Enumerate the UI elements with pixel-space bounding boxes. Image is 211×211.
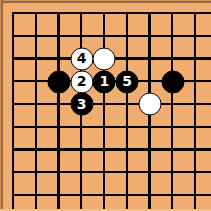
- intersection-r3-c5[interactable]: 5: [116, 70, 139, 93]
- intersection-r1-c8[interactable]: [184, 25, 207, 48]
- intersection-r0-c4[interactable]: [93, 2, 116, 25]
- board-grid: 42153: [2, 2, 207, 207]
- intersection-r0-c0[interactable]: [2, 2, 25, 25]
- intersection-r0-c1[interactable]: [25, 2, 48, 25]
- intersection-r4-c5[interactable]: [116, 93, 139, 116]
- intersection-r5-c3[interactable]: [70, 116, 93, 139]
- intersection-r7-c0[interactable]: [2, 161, 25, 184]
- intersection-r8-c4[interactable]: [93, 184, 116, 207]
- intersection-r4-c2[interactable]: [47, 93, 70, 116]
- move-number-label: 3: [77, 97, 87, 111]
- intersection-r7-c1[interactable]: [25, 161, 48, 184]
- intersection-r0-c5[interactable]: [116, 2, 139, 25]
- black-stone: 5: [116, 70, 139, 93]
- intersection-r8-c2[interactable]: [47, 184, 70, 207]
- white-stone: [138, 93, 161, 116]
- intersection-r3-c2[interactable]: [47, 70, 70, 93]
- white-stone: 2: [70, 70, 93, 93]
- intersection-r0-c3[interactable]: [70, 2, 93, 25]
- intersection-r4-c1[interactable]: [25, 93, 48, 116]
- intersection-r6-c0[interactable]: [2, 138, 25, 161]
- intersection-r2-c3[interactable]: 4: [70, 47, 93, 70]
- intersection-r1-c7[interactable]: [161, 25, 184, 48]
- move-number-label: 4: [77, 51, 87, 65]
- intersection-r2-c8[interactable]: [184, 47, 207, 70]
- intersection-r8-c8[interactable]: [184, 184, 207, 207]
- go-board: 42153: [0, 0, 211, 211]
- intersection-r5-c0[interactable]: [2, 116, 25, 139]
- intersection-r2-c2[interactable]: [47, 47, 70, 70]
- intersection-r3-c8[interactable]: [184, 70, 207, 93]
- intersection-r6-c7[interactable]: [161, 138, 184, 161]
- black-stone: 1: [93, 70, 116, 93]
- intersection-r8-c6[interactable]: [138, 184, 161, 207]
- intersection-r3-c6[interactable]: [138, 70, 161, 93]
- intersection-r4-c6[interactable]: [138, 93, 161, 116]
- intersection-r4-c8[interactable]: [184, 93, 207, 116]
- intersection-r5-c5[interactable]: [116, 116, 139, 139]
- intersection-r2-c7[interactable]: [161, 47, 184, 70]
- intersection-r8-c7[interactable]: [161, 184, 184, 207]
- board-frame-bottom-edge: [0, 209, 211, 211]
- intersection-r8-c1[interactable]: [25, 184, 48, 207]
- intersection-r2-c6[interactable]: [138, 47, 161, 70]
- intersection-r2-c5[interactable]: [116, 47, 139, 70]
- intersection-r0-c8[interactable]: [184, 2, 207, 25]
- intersection-r7-c7[interactable]: [161, 161, 184, 184]
- intersection-r5-c4[interactable]: [93, 116, 116, 139]
- intersection-r0-c6[interactable]: [138, 2, 161, 25]
- intersection-r7-c6[interactable]: [138, 161, 161, 184]
- intersection-r0-c7[interactable]: [161, 2, 184, 25]
- intersection-r8-c5[interactable]: [116, 184, 139, 207]
- intersection-r3-c7[interactable]: [161, 70, 184, 93]
- intersection-r3-c4[interactable]: 1: [93, 70, 116, 93]
- intersection-r6-c3[interactable]: [70, 138, 93, 161]
- black-stone: [47, 70, 70, 93]
- intersection-r4-c7[interactable]: [161, 93, 184, 116]
- intersection-r5-c8[interactable]: [184, 116, 207, 139]
- intersection-r8-c3[interactable]: [70, 184, 93, 207]
- white-stone: 4: [70, 47, 93, 70]
- black-stone: [161, 70, 184, 93]
- intersection-r6-c5[interactable]: [116, 138, 139, 161]
- intersection-r1-c6[interactable]: [138, 25, 161, 48]
- intersection-r2-c0[interactable]: [2, 47, 25, 70]
- intersection-r5-c7[interactable]: [161, 116, 184, 139]
- intersection-r1-c4[interactable]: [93, 25, 116, 48]
- intersection-r2-c1[interactable]: [25, 47, 48, 70]
- intersection-r7-c5[interactable]: [116, 161, 139, 184]
- intersection-r3-c1[interactable]: [25, 70, 48, 93]
- black-stone: 3: [70, 93, 93, 116]
- intersection-r8-c0[interactable]: [2, 184, 25, 207]
- intersection-r1-c3[interactable]: [70, 25, 93, 48]
- intersection-r5-c2[interactable]: [47, 116, 70, 139]
- intersection-r4-c0[interactable]: [2, 93, 25, 116]
- intersection-r7-c2[interactable]: [47, 161, 70, 184]
- intersection-r5-c1[interactable]: [25, 116, 48, 139]
- intersection-r1-c0[interactable]: [2, 25, 25, 48]
- intersection-r4-c4[interactable]: [93, 93, 116, 116]
- white-stone: [93, 47, 116, 70]
- intersection-r1-c2[interactable]: [47, 25, 70, 48]
- move-number-label: 1: [99, 74, 109, 88]
- intersection-r6-c2[interactable]: [47, 138, 70, 161]
- move-number-label: 5: [122, 74, 132, 88]
- intersection-r7-c4[interactable]: [93, 161, 116, 184]
- intersection-r4-c3[interactable]: 3: [70, 93, 93, 116]
- intersection-r3-c0[interactable]: [2, 70, 25, 93]
- intersection-r6-c1[interactable]: [25, 138, 48, 161]
- intersection-r6-c4[interactable]: [93, 138, 116, 161]
- intersection-r7-c3[interactable]: [70, 161, 93, 184]
- intersection-r0-c2[interactable]: [47, 2, 70, 25]
- intersection-r7-c8[interactable]: [184, 161, 207, 184]
- intersection-r3-c3[interactable]: 2: [70, 70, 93, 93]
- intersection-r2-c4[interactable]: [93, 47, 116, 70]
- intersection-r5-c6[interactable]: [138, 116, 161, 139]
- intersection-r1-c1[interactable]: [25, 25, 48, 48]
- intersection-r6-c8[interactable]: [184, 138, 207, 161]
- move-number-label: 2: [77, 74, 87, 88]
- intersection-r1-c5[interactable]: [116, 25, 139, 48]
- intersection-r6-c6[interactable]: [138, 138, 161, 161]
